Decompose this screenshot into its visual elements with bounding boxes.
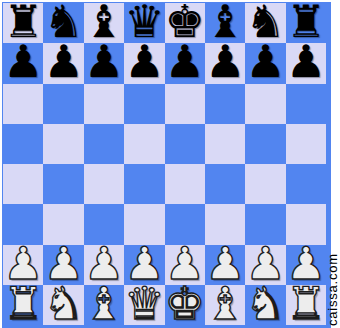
piece-black-pawn[interactable]: ♟ — [286, 42, 326, 82]
piece-black-pawn[interactable]: ♟ — [245, 42, 285, 82]
square-h5[interactable] — [286, 124, 326, 164]
square-h6[interactable] — [286, 84, 326, 124]
square-e4[interactable] — [165, 164, 205, 204]
square-a1[interactable]: ♜ — [3, 285, 43, 325]
square-c1[interactable]: ♝ — [84, 285, 124, 325]
square-d5[interactable] — [124, 124, 164, 164]
square-a5[interactable] — [3, 124, 43, 164]
square-e6[interactable] — [165, 84, 205, 124]
square-c4[interactable] — [84, 164, 124, 204]
piece-white-king[interactable]: ♚ — [165, 284, 205, 324]
square-f6[interactable] — [205, 84, 245, 124]
square-g4[interactable] — [245, 164, 285, 204]
square-d6[interactable] — [124, 84, 164, 124]
piece-white-knight[interactable]: ♞ — [43, 284, 83, 324]
piece-white-queen[interactable]: ♛ — [124, 284, 164, 324]
square-c5[interactable] — [84, 124, 124, 164]
caissa-watermark: caissa.com — [325, 253, 340, 326]
square-e5[interactable] — [165, 124, 205, 164]
square-c6[interactable] — [84, 84, 124, 124]
piece-white-knight[interactable]: ♞ — [245, 284, 285, 324]
square-f5[interactable] — [205, 124, 245, 164]
square-b1[interactable]: ♞ — [43, 285, 83, 325]
square-d1[interactable]: ♛ — [124, 285, 164, 325]
square-h7[interactable]: ♟ — [286, 43, 326, 83]
piece-white-rook[interactable]: ♜ — [3, 284, 43, 324]
square-f7[interactable]: ♟ — [205, 43, 245, 83]
piece-white-bishop[interactable]: ♝ — [205, 284, 245, 324]
piece-black-pawn[interactable]: ♟ — [84, 42, 124, 82]
square-g6[interactable] — [245, 84, 285, 124]
piece-black-pawn[interactable]: ♟ — [124, 42, 164, 82]
piece-black-pawn[interactable]: ♟ — [165, 42, 205, 82]
square-f4[interactable] — [205, 164, 245, 204]
square-d4[interactable] — [124, 164, 164, 204]
square-f1[interactable]: ♝ — [205, 285, 245, 325]
board-frame: ♜♞♝♛♚♝♞♜♟♟♟♟♟♟♟♟♟♟♟♟♟♟♟♟♜♞♝♛♚♝♞♜ — [2, 2, 331, 328]
chess-board[interactable]: ♜♞♝♛♚♝♞♜♟♟♟♟♟♟♟♟♟♟♟♟♟♟♟♟♜♞♝♛♚♝♞♜ — [3, 3, 326, 325]
square-b6[interactable] — [43, 84, 83, 124]
chess-app: ♜♞♝♛♚♝♞♜♟♟♟♟♟♟♟♟♟♟♟♟♟♟♟♟♜♞♝♛♚♝♞♜ caissa.… — [0, 0, 340, 328]
square-b5[interactable] — [43, 124, 83, 164]
square-c7[interactable]: ♟ — [84, 43, 124, 83]
square-g5[interactable] — [245, 124, 285, 164]
piece-black-pawn[interactable]: ♟ — [205, 42, 245, 82]
square-g1[interactable]: ♞ — [245, 285, 285, 325]
piece-white-bishop[interactable]: ♝ — [84, 284, 124, 324]
square-e1[interactable]: ♚ — [165, 285, 205, 325]
piece-black-pawn[interactable]: ♟ — [43, 42, 83, 82]
square-a7[interactable]: ♟ — [3, 43, 43, 83]
piece-white-rook[interactable]: ♜ — [286, 284, 326, 324]
square-b4[interactable] — [43, 164, 83, 204]
square-d7[interactable]: ♟ — [124, 43, 164, 83]
square-e7[interactable]: ♟ — [165, 43, 205, 83]
square-h4[interactable] — [286, 164, 326, 204]
square-h1[interactable]: ♜ — [286, 285, 326, 325]
square-g7[interactable]: ♟ — [245, 43, 285, 83]
square-a4[interactable] — [3, 164, 43, 204]
square-a6[interactable] — [3, 84, 43, 124]
piece-black-pawn[interactable]: ♟ — [3, 42, 43, 82]
square-b7[interactable]: ♟ — [43, 43, 83, 83]
